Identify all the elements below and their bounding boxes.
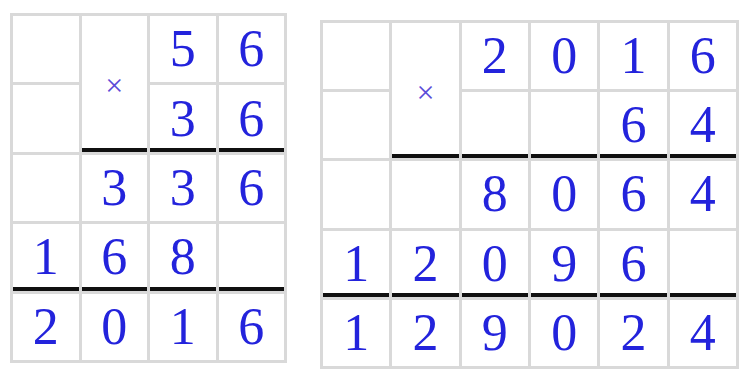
p0-cell-r2c0 xyxy=(13,155,79,221)
p1-cell-r2c0 xyxy=(323,161,389,227)
p1-cell-r3c4: 6 xyxy=(600,231,666,297)
p1-cell-r4c1: 2 xyxy=(392,300,458,366)
p0-cell-r4c1: 0 xyxy=(82,294,148,360)
p1-cell-r0c0 xyxy=(323,23,389,89)
p0-cell-r1c3: 6 xyxy=(219,85,285,151)
p1-cell-r4c3: 0 xyxy=(531,300,597,366)
p1-cell-r4c5: 4 xyxy=(670,300,736,366)
p1-cell-r2c3: 0 xyxy=(531,161,597,227)
p1-cell-r0c2: 2 xyxy=(462,23,528,89)
p0-cell-r4c3: 6 xyxy=(219,294,285,360)
p1-cell-r2c4: 6 xyxy=(600,161,666,227)
p1-cell-r0c4: 1 xyxy=(600,23,666,89)
p0-cell-r3c1: 6 xyxy=(82,224,148,290)
p1-cell-r4c0: 1 xyxy=(323,300,389,366)
p0-cell-r1c0 xyxy=(13,85,79,151)
p0-cell-r0c3: 6 xyxy=(219,16,285,82)
p1-times-sign-cell: × xyxy=(392,23,458,158)
p1-cell-r4c2: 9 xyxy=(462,300,528,366)
p0-cell-r3c0: 1 xyxy=(13,224,79,290)
p0-cell-r3c2: 8 xyxy=(150,224,216,290)
p0-cell-r3c3 xyxy=(219,224,285,290)
p1-cell-r1c0 xyxy=(323,92,389,158)
p0-cell-r0c2: 5 xyxy=(150,16,216,82)
p1-cell-r3c5 xyxy=(670,231,736,297)
p1-cell-r0c3: 0 xyxy=(531,23,597,89)
p1-cell-r1c4: 6 xyxy=(600,92,666,158)
p1-cell-r1c3 xyxy=(531,92,597,158)
p1-cell-r3c0: 1 xyxy=(323,231,389,297)
p0-cell-r0c0 xyxy=(13,16,79,82)
p1-cell-r0c5: 6 xyxy=(670,23,736,89)
p0-cell-r2c2: 3 xyxy=(150,155,216,221)
p1-cell-r1c2 xyxy=(462,92,528,158)
p0-times-sign-cell: × xyxy=(82,16,148,152)
p0-cell-r4c2: 1 xyxy=(150,294,216,360)
p1-cell-r1c5: 4 xyxy=(670,92,736,158)
p1-cell-r3c1: 2 xyxy=(392,231,458,297)
p1-cell-r2c1 xyxy=(392,161,458,227)
p0-cell-r2c3: 6 xyxy=(219,155,285,221)
worksheet-canvas: ×56363361682016 ×201664806412096129024 xyxy=(0,0,748,380)
times-icon: × xyxy=(105,69,123,101)
times-icon: × xyxy=(416,76,434,108)
p0-cell-r4c0: 2 xyxy=(13,294,79,360)
p1-cell-r2c2: 8 xyxy=(462,161,528,227)
p0-cell-r2c1: 3 xyxy=(82,155,148,221)
p1-cell-r2c5: 4 xyxy=(670,161,736,227)
p1-cell-r4c4: 2 xyxy=(600,300,666,366)
p1-cell-r3c2: 0 xyxy=(462,231,528,297)
p1-cell-r3c3: 9 xyxy=(531,231,597,297)
p0-cell-r1c2: 3 xyxy=(150,85,216,151)
multiplication-grid-2016x64: ×201664806412096129024 xyxy=(320,20,739,369)
multiplication-grid-56x36: ×56363361682016 xyxy=(10,13,287,363)
